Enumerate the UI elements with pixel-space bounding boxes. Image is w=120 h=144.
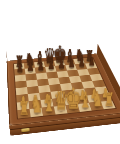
- square-a1[interactable]: ♜: [17, 109, 30, 119]
- square-h5[interactable]: [90, 74, 103, 81]
- chess-set-box: ♜♞♝♛♚♝♞♜♟♟♟♟♟♟♟♟♟♟♟♟♟♟♟♟♜♞♝♛♚♝♞♜: [7, 54, 120, 125]
- chess-set-photo: ♜♞♝♛♚♝♞♜♟♟♟♟♟♟♟♟♟♟♟♟♟♟♟♟♜♞♝♛♚♝♞♜: [0, 0, 120, 144]
- brass-clasp-icon[interactable]: [21, 128, 29, 132]
- chess-board[interactable]: ♜♞♝♛♚♝♞♜♟♟♟♟♟♟♟♟♟♟♟♟♟♟♟♟♜♞♝♛♚♝♞♜: [14, 57, 116, 118]
